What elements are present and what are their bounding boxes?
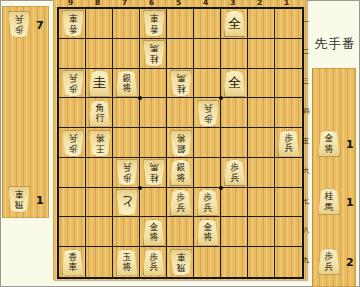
board-cell[interactable] [113, 39, 140, 69]
board-cell[interactable] [275, 217, 302, 247]
star-point [138, 96, 142, 100]
board-cell[interactable] [221, 39, 248, 69]
piece-kanji: 行 [95, 113, 104, 124]
piece-kanji: 将 [122, 262, 131, 273]
board-cell[interactable] [59, 39, 86, 69]
file-label: 7 [111, 0, 138, 7]
file-label: 9 [57, 0, 84, 7]
board-cell[interactable] [140, 128, 167, 158]
shogi-piece-sente-kinsho[interactable]: 金将 [197, 219, 219, 246]
file-label: 3 [219, 0, 246, 7]
piece-kanji: 圭 [93, 76, 106, 90]
shogi-board: 987654321 香車香車全桂馬歩兵圭銀将桂馬全角行歩兵歩兵王将銀将歩兵歩兵桂… [53, 0, 307, 280]
piece-kanji: 桂 [176, 83, 185, 94]
board-cell[interactable] [86, 217, 113, 247]
piece-kanji: 銀 [176, 143, 185, 154]
sente-captured-tray: 金将1桂馬1歩兵2 [312, 68, 356, 287]
board-cell[interactable] [140, 98, 167, 128]
piece-kanji: 飛 [15, 200, 24, 211]
hand-count: 1 [346, 138, 354, 151]
piece-kanji: 馬 [176, 73, 185, 84]
piece-kanji: 桂 [149, 173, 158, 184]
piece-kanji: 兵 [203, 203, 212, 214]
hand-count: 2 [346, 256, 354, 269]
board-cell[interactable] [275, 158, 302, 188]
rank-label: 六 [302, 167, 310, 176]
board-cell[interactable] [113, 217, 140, 247]
board-cell[interactable] [221, 128, 248, 158]
hand-count: 7 [36, 19, 44, 32]
shogi-piece-sente-narigin[interactable]: 全 [224, 70, 246, 97]
star-point [138, 186, 142, 190]
piece-kanji: 兵 [149, 262, 158, 273]
hand-count: 1 [346, 196, 354, 209]
board-cell[interactable] [59, 158, 86, 188]
piece-kanji: 将 [122, 83, 131, 94]
board-cell[interactable] [248, 69, 275, 99]
piece-kanji: 歩 [15, 25, 24, 36]
rank-label: 一 [302, 18, 310, 27]
piece-kanji: 馬 [149, 43, 158, 54]
piece-kanji: 全 [228, 76, 241, 90]
board-cell[interactable] [221, 98, 248, 128]
board-cell[interactable] [59, 188, 86, 218]
rank-label: 二 [302, 48, 310, 57]
board-cell[interactable] [275, 247, 302, 277]
board-cell[interactable] [113, 9, 140, 39]
board-cell[interactable] [248, 247, 275, 277]
piece-kanji: 兵 [176, 203, 185, 214]
board-cell[interactable] [275, 9, 302, 39]
board-cell[interactable] [113, 128, 140, 158]
gote-captured-tray: 歩兵7飛車1 [2, 6, 49, 218]
piece-kanji: 将 [149, 232, 158, 243]
piece-kanji: 車 [176, 252, 185, 263]
board-cell[interactable] [275, 69, 302, 99]
piece-kanji: 歩 [68, 143, 77, 154]
board-cell[interactable] [248, 98, 275, 128]
piece-kanji: 車 [149, 13, 158, 24]
rank-label: 七 [302, 197, 310, 206]
shogi-piece-sente-gyokusho[interactable]: 玉将 [116, 249, 138, 276]
board-cell[interactable] [194, 158, 221, 188]
board-cell[interactable] [86, 9, 113, 39]
shogi-piece-sente-narikei[interactable]: 圭 [89, 70, 111, 97]
piece-kanji: 馬 [149, 162, 158, 173]
board-cell[interactable] [59, 217, 86, 247]
board-cell[interactable] [86, 39, 113, 69]
piece-kanji: 歩 [203, 113, 212, 124]
turn-indicator: 先手番 [311, 36, 359, 53]
shogi-piece-sente-fuhyo[interactable]: 歩兵 [278, 130, 300, 157]
board-cell[interactable] [194, 69, 221, 99]
piece-kanji: 兵 [230, 173, 239, 184]
shogi-piece-sente-kinsho[interactable]: 金将 [318, 130, 340, 157]
star-point [219, 186, 223, 190]
board-cell[interactable] [167, 39, 194, 69]
shogi-piece-sente-fuhyo[interactable]: 歩兵 [318, 248, 340, 275]
shogi-piece-sente-kakugyo[interactable]: 角行 [89, 100, 111, 127]
piece-kanji: 馬 [325, 202, 334, 213]
board-cell[interactable] [275, 98, 302, 128]
shogi-piece-sente-fuhyo[interactable]: 歩兵 [197, 189, 219, 216]
rank-label: 五 [302, 137, 310, 146]
piece-kanji: と [120, 196, 133, 210]
piece-kanji: 将 [176, 173, 185, 184]
board-cell[interactable] [167, 9, 194, 39]
piece-kanji: 兵 [68, 73, 77, 84]
board-cell[interactable] [86, 188, 113, 218]
piece-kanji: 香 [149, 24, 158, 35]
file-label: 8 [84, 0, 111, 7]
piece-kanji: 歩 [68, 83, 77, 94]
piece-kanji: 兵 [122, 162, 131, 173]
piece-kanji: 王 [95, 143, 104, 154]
board-cell[interactable] [194, 247, 221, 277]
piece-kanji: 桂 [149, 54, 158, 65]
board-cell[interactable] [221, 217, 248, 247]
piece-kanji: 車 [15, 189, 24, 200]
piece-kanji: 兵 [15, 14, 24, 25]
board-cell[interactable] [167, 98, 194, 128]
piece-kanji: 兵 [325, 262, 334, 273]
piece-kanji: 車 [68, 262, 77, 273]
shogi-piece-sente-kinsho[interactable]: 金将 [143, 219, 165, 246]
file-label: 4 [192, 0, 219, 7]
star-point [219, 96, 223, 100]
board-cell[interactable] [221, 247, 248, 277]
rank-label: 九 [302, 256, 310, 265]
shogi-piece-sente-fuhyo[interactable]: 歩兵 [170, 189, 192, 216]
board-cell[interactable] [248, 9, 275, 39]
board-cell[interactable] [140, 188, 167, 218]
board-cell[interactable] [140, 69, 167, 99]
piece-kanji: 将 [325, 144, 334, 155]
board-cell[interactable] [275, 39, 302, 69]
hand-count: 1 [36, 194, 44, 207]
shogi-piece-gote-fuhyo[interactable]: 歩兵 [8, 11, 30, 38]
board-cell[interactable] [194, 128, 221, 158]
shogi-piece-sente-ginsho[interactable]: 銀将 [116, 70, 138, 97]
board-grid: 香車香車全桂馬歩兵圭銀将桂馬全角行歩兵歩兵王将銀将歩兵歩兵桂馬銀将歩兵と歩兵歩兵… [57, 7, 304, 279]
shogi-piece-sente-fuhyo[interactable]: 歩兵 [143, 249, 165, 276]
rank-label: 八 [302, 226, 310, 235]
piece-kanji: 将 [95, 133, 104, 144]
piece-kanji: 将 [203, 232, 212, 243]
rank-label: 三 [302, 77, 310, 86]
board-cell[interactable] [86, 158, 113, 188]
piece-kanji: 全 [228, 17, 241, 31]
board-cell[interactable] [248, 128, 275, 158]
board-cell[interactable] [194, 39, 221, 69]
board-cell[interactable] [248, 188, 275, 218]
shogi-piece-sente-fuhyo[interactable]: 歩兵 [224, 159, 246, 186]
board-cell[interactable] [275, 188, 302, 218]
piece-kanji: 将 [176, 133, 185, 144]
shogi-piece-sente-narigin[interactable]: 全 [224, 10, 246, 37]
shogi-piece-gote-hisha[interactable]: 飛車 [8, 186, 30, 213]
board-cell[interactable] [86, 247, 113, 277]
board-cell[interactable] [248, 158, 275, 188]
board-cell[interactable] [194, 9, 221, 39]
board-cell[interactable] [167, 217, 194, 247]
piece-kanji: 車 [68, 13, 77, 24]
file-label: 5 [165, 0, 192, 7]
piece-kanji: 兵 [284, 143, 293, 154]
shogi-piece-sente-kyosha[interactable]: 香車 [62, 249, 84, 276]
rank-label: 四 [302, 107, 310, 116]
board-cell[interactable] [113, 98, 140, 128]
piece-kanji: 兵 [203, 103, 212, 114]
board-cell[interactable] [59, 98, 86, 128]
file-label: 2 [246, 0, 273, 7]
shogi-piece-sente-ginsho[interactable]: 銀将 [170, 159, 192, 186]
board-cell[interactable] [248, 39, 275, 69]
piece-kanji: 飛 [176, 262, 185, 273]
piece-kanji: 歩 [122, 173, 131, 184]
shogi-piece-sente-keima[interactable]: 桂馬 [318, 188, 340, 215]
board-cell[interactable] [248, 217, 275, 247]
file-label: 1 [273, 0, 300, 7]
piece-kanji: 兵 [68, 133, 77, 144]
file-label: 6 [138, 0, 165, 7]
piece-kanji: 香 [68, 24, 77, 35]
board-cell[interactable] [221, 188, 248, 218]
